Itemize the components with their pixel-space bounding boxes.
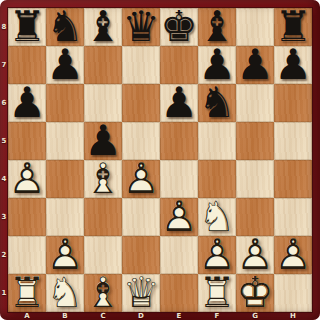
square-e5[interactable] <box>160 122 198 160</box>
piece-fill-glyph: ♚ <box>160 8 198 46</box>
file-labels: ABCDEFGH <box>8 312 312 320</box>
piece-outline-glyph: ♙ <box>8 160 46 198</box>
piece-fill-glyph: ♜ <box>8 8 46 46</box>
file-label-b: B <box>46 312 84 320</box>
square-h1[interactable] <box>274 274 312 312</box>
rank-label-4: 4 <box>0 160 8 198</box>
square-f5[interactable] <box>198 122 236 160</box>
black-pawn[interactable]: ♟ <box>236 46 274 84</box>
file-label-h: H <box>274 312 312 320</box>
file-label-a: A <box>8 312 46 320</box>
black-king[interactable]: ♚ <box>160 8 198 46</box>
square-d4[interactable]: ♟♙ <box>122 160 160 198</box>
file-label-g: G <box>236 312 274 320</box>
white-rook[interactable]: ♜♖ <box>8 274 46 312</box>
square-a3[interactable] <box>8 198 46 236</box>
rank-label-6: 6 <box>0 84 8 122</box>
square-e8[interactable]: ♚ <box>160 8 198 46</box>
square-h4[interactable] <box>274 160 312 198</box>
square-b6[interactable] <box>46 84 84 122</box>
piece-outline-glyph: ♙ <box>122 160 160 198</box>
square-f1[interactable]: ♜♖ <box>198 274 236 312</box>
black-pawn[interactable]: ♟ <box>46 46 84 84</box>
white-pawn[interactable]: ♟♙ <box>122 160 160 198</box>
piece-outline-glyph: ♗ <box>84 160 122 198</box>
rank-label-5: 5 <box>0 122 8 160</box>
piece-outline-glyph: ♖ <box>198 274 236 312</box>
white-pawn[interactable]: ♟♙ <box>274 236 312 274</box>
square-e1[interactable] <box>160 274 198 312</box>
rank-label-2: 2 <box>0 236 8 274</box>
square-c1[interactable]: ♝♗ <box>84 274 122 312</box>
square-g7[interactable]: ♟ <box>236 46 274 84</box>
square-d6[interactable] <box>122 84 160 122</box>
square-c7[interactable] <box>84 46 122 84</box>
black-pawn[interactable]: ♟ <box>274 46 312 84</box>
piece-outline-glyph: ♙ <box>160 198 198 236</box>
piece-fill-glyph: ♝ <box>84 8 122 46</box>
file-label-c: C <box>84 312 122 320</box>
white-rook[interactable]: ♜♖ <box>198 274 236 312</box>
square-e2[interactable] <box>160 236 198 274</box>
square-a1[interactable]: ♜♖ <box>8 274 46 312</box>
file-label-f: F <box>198 312 236 320</box>
square-e3[interactable]: ♟♙ <box>160 198 198 236</box>
board-frame: ♜♞♝♛♚♝♜♟♟♟♟♟♟♞♟♟♙♝♗♟♙♟♙♞♘♟♙♟♙♟♙♟♙♜♖♞♘♝♗♛… <box>0 0 320 320</box>
black-pawn[interactable]: ♟ <box>160 84 198 122</box>
white-king[interactable]: ♚♔ <box>236 274 274 312</box>
square-e6[interactable]: ♟ <box>160 84 198 122</box>
square-g6[interactable] <box>236 84 274 122</box>
piece-fill-glyph: ♟ <box>160 84 198 122</box>
square-c8[interactable]: ♝ <box>84 8 122 46</box>
square-c4[interactable]: ♝♗ <box>84 160 122 198</box>
square-a6[interactable]: ♟ <box>8 84 46 122</box>
square-h5[interactable] <box>274 122 312 160</box>
square-d3[interactable] <box>122 198 160 236</box>
piece-fill-glyph: ♞ <box>198 84 236 122</box>
piece-outline-glyph: ♗ <box>84 274 122 312</box>
rank-label-1: 1 <box>0 274 8 312</box>
white-knight[interactable]: ♞♘ <box>46 274 84 312</box>
piece-fill-glyph: ♟ <box>8 84 46 122</box>
piece-fill-glyph: ♛ <box>122 8 160 46</box>
piece-outline-glyph: ♖ <box>8 274 46 312</box>
piece-outline-glyph: ♕ <box>122 274 160 312</box>
square-g4[interactable] <box>236 160 274 198</box>
square-b5[interactable] <box>46 122 84 160</box>
piece-outline-glyph: ♔ <box>236 274 274 312</box>
square-h6[interactable] <box>274 84 312 122</box>
white-pawn[interactable]: ♟♙ <box>8 160 46 198</box>
square-a4[interactable]: ♟♙ <box>8 160 46 198</box>
square-b4[interactable] <box>46 160 84 198</box>
square-c3[interactable] <box>84 198 122 236</box>
piece-fill-glyph: ♟ <box>274 46 312 84</box>
black-knight[interactable]: ♞ <box>198 84 236 122</box>
square-g1[interactable]: ♚♔ <box>236 274 274 312</box>
black-queen[interactable]: ♛ <box>122 8 160 46</box>
chess-board: ♜♞♝♛♚♝♜♟♟♟♟♟♟♞♟♟♙♝♗♟♙♟♙♞♘♟♙♟♙♟♙♟♙♜♖♞♘♝♗♛… <box>8 8 312 312</box>
white-bishop[interactable]: ♝♗ <box>84 160 122 198</box>
white-pawn[interactable]: ♟♙ <box>160 198 198 236</box>
square-f6[interactable]: ♞ <box>198 84 236 122</box>
square-h2[interactable]: ♟♙ <box>274 236 312 274</box>
square-d8[interactable]: ♛ <box>122 8 160 46</box>
piece-outline-glyph: ♘ <box>46 274 84 312</box>
rank-labels: 87654321 <box>0 8 8 312</box>
file-label-d: D <box>122 312 160 320</box>
piece-fill-glyph: ♟ <box>46 46 84 84</box>
square-g5[interactable] <box>236 122 274 160</box>
square-a8[interactable]: ♜ <box>8 8 46 46</box>
black-rook[interactable]: ♜ <box>8 8 46 46</box>
square-b7[interactable]: ♟ <box>46 46 84 84</box>
rank-label-7: 7 <box>0 46 8 84</box>
square-h7[interactable]: ♟ <box>274 46 312 84</box>
piece-outline-glyph: ♙ <box>274 236 312 274</box>
rank-label-8: 8 <box>0 8 8 46</box>
black-bishop[interactable]: ♝ <box>84 8 122 46</box>
white-queen[interactable]: ♛♕ <box>122 274 160 312</box>
rank-label-3: 3 <box>0 198 8 236</box>
square-d7[interactable] <box>122 46 160 84</box>
black-pawn[interactable]: ♟ <box>8 84 46 122</box>
white-bishop[interactable]: ♝♗ <box>84 274 122 312</box>
square-d1[interactable]: ♛♕ <box>122 274 160 312</box>
piece-fill-glyph: ♟ <box>236 46 274 84</box>
file-label-e: E <box>160 312 198 320</box>
square-b1[interactable]: ♞♘ <box>46 274 84 312</box>
